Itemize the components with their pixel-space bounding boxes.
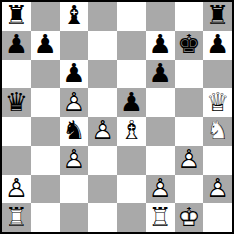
- piece-white-pawn[interactable]: ♟♙: [175, 146, 204, 175]
- square-c1[interactable]: [60, 203, 89, 232]
- piece-outline-layer: ♖: [148, 204, 171, 230]
- square-e7[interactable]: [117, 31, 146, 60]
- square-g8[interactable]: [175, 2, 204, 31]
- piece-glyph: ♚: [177, 31, 200, 57]
- square-e1[interactable]: [117, 203, 146, 232]
- square-e4[interactable]: ♝♗: [117, 117, 146, 146]
- square-f7[interactable]: ♟: [146, 31, 175, 60]
- square-d7[interactable]: [88, 31, 117, 60]
- piece-white-pawn[interactable]: ♟♙: [60, 88, 89, 117]
- piece-black-rook[interactable]: ♜: [2, 2, 31, 31]
- square-b3[interactable]: [31, 146, 60, 175]
- piece-white-queen[interactable]: ♛♕: [203, 88, 232, 117]
- square-f2[interactable]: ♟♙: [146, 175, 175, 204]
- piece-outline-layer: ♙: [206, 175, 229, 201]
- piece-black-pawn[interactable]: ♟: [31, 31, 60, 60]
- piece-outline-layer: ♖: [5, 204, 28, 230]
- piece-glyph: ♝: [62, 2, 85, 28]
- square-f8[interactable]: [146, 2, 175, 31]
- square-c4[interactable]: ♞: [60, 117, 89, 146]
- square-c6[interactable]: ♟: [60, 60, 89, 89]
- square-h1[interactable]: [203, 203, 232, 232]
- square-d3[interactable]: [88, 146, 117, 175]
- square-h8[interactable]: ♜: [203, 2, 232, 31]
- chess-board: ♜♝♜♟♟♟♚♟♟♟♛♟♙♟♛♕♞♟♙♝♗♞♘♟♙♟♙♟♙♟♙♟♙♜♖♜♖♚♔: [2, 2, 232, 232]
- piece-white-pawn[interactable]: ♟♙: [203, 175, 232, 204]
- square-c7[interactable]: [60, 31, 89, 60]
- piece-outline-layer: ♗: [120, 117, 143, 143]
- piece-black-pawn[interactable]: ♟: [146, 60, 175, 89]
- piece-white-pawn[interactable]: ♟♙: [146, 175, 175, 204]
- square-f6[interactable]: ♟: [146, 60, 175, 89]
- square-e6[interactable]: [117, 60, 146, 89]
- piece-outline-layer: ♙: [5, 175, 28, 201]
- square-a8[interactable]: ♜: [2, 2, 31, 31]
- square-g6[interactable]: [175, 60, 204, 89]
- piece-outline-layer: ♙: [62, 89, 85, 115]
- square-d8[interactable]: [88, 2, 117, 31]
- square-f1[interactable]: ♜♖: [146, 203, 175, 232]
- square-h2[interactable]: ♟♙: [203, 175, 232, 204]
- square-h4[interactable]: ♞♘: [203, 117, 232, 146]
- piece-glyph: ♛: [5, 89, 28, 115]
- piece-outline-layer: ♔: [177, 204, 200, 230]
- square-d5[interactable]: [88, 88, 117, 117]
- piece-outline-layer: ♙: [148, 175, 171, 201]
- square-c2[interactable]: [60, 175, 89, 204]
- square-a7[interactable]: ♟: [2, 31, 31, 60]
- piece-outline-layer: ♙: [91, 117, 114, 143]
- square-a1[interactable]: ♜♖: [2, 203, 31, 232]
- square-e5[interactable]: ♟: [117, 88, 146, 117]
- square-g3[interactable]: ♟♙: [175, 146, 204, 175]
- piece-outline-layer: ♙: [177, 146, 200, 172]
- square-c3[interactable]: ♟♙: [60, 146, 89, 175]
- piece-glyph: ♟: [5, 31, 28, 57]
- piece-white-pawn[interactable]: ♟♙: [60, 146, 89, 175]
- square-a3[interactable]: [2, 146, 31, 175]
- piece-glyph: ♟: [206, 31, 229, 57]
- square-a5[interactable]: ♛: [2, 88, 31, 117]
- square-g2[interactable]: [175, 175, 204, 204]
- square-h5[interactable]: ♛♕: [203, 88, 232, 117]
- square-g1[interactable]: ♚♔: [175, 203, 204, 232]
- square-h3[interactable]: [203, 146, 232, 175]
- square-d6[interactable]: [88, 60, 117, 89]
- piece-glyph: ♟: [148, 31, 171, 57]
- piece-black-pawn[interactable]: ♟: [60, 60, 89, 89]
- piece-glyph: ♞: [62, 117, 85, 143]
- piece-glyph: ♜: [5, 2, 28, 28]
- square-d1[interactable]: [88, 203, 117, 232]
- piece-outline-layer: ♕: [206, 89, 229, 115]
- piece-black-pawn[interactable]: ♟: [2, 31, 31, 60]
- piece-glyph: ♜: [206, 2, 229, 28]
- square-g7[interactable]: ♚: [175, 31, 204, 60]
- piece-black-pawn[interactable]: ♟: [203, 31, 232, 60]
- piece-white-pawn[interactable]: ♟♙: [88, 117, 117, 146]
- piece-black-knight[interactable]: ♞: [60, 117, 89, 146]
- square-a6[interactable]: [2, 60, 31, 89]
- square-g4[interactable]: [175, 117, 204, 146]
- square-b2[interactable]: [31, 175, 60, 204]
- piece-white-king[interactable]: ♚♔: [175, 203, 204, 232]
- square-f4[interactable]: [146, 117, 175, 146]
- square-e8[interactable]: [117, 2, 146, 31]
- square-b6[interactable]: [31, 60, 60, 89]
- piece-white-knight[interactable]: ♞♘: [203, 117, 232, 146]
- square-b4[interactable]: [31, 117, 60, 146]
- square-f3[interactable]: [146, 146, 175, 175]
- square-c5[interactable]: ♟♙: [60, 88, 89, 117]
- piece-white-pawn[interactable]: ♟♙: [2, 175, 31, 204]
- piece-black-rook[interactable]: ♜: [203, 2, 232, 31]
- square-c8[interactable]: ♝: [60, 2, 89, 31]
- piece-glyph: ♟: [62, 60, 85, 86]
- piece-black-bishop[interactable]: ♝: [60, 2, 89, 31]
- square-b8[interactable]: [31, 2, 60, 31]
- square-b7[interactable]: ♟: [31, 31, 60, 60]
- square-b1[interactable]: [31, 203, 60, 232]
- square-d2[interactable]: [88, 175, 117, 204]
- square-e3[interactable]: [117, 146, 146, 175]
- piece-white-rook[interactable]: ♜♖: [2, 203, 31, 232]
- square-d4[interactable]: ♟♙: [88, 117, 117, 146]
- square-b5[interactable]: [31, 88, 60, 117]
- piece-black-pawn[interactable]: ♟: [146, 31, 175, 60]
- chess-board-frame: ♜♝♜♟♟♟♚♟♟♟♛♟♙♟♛♕♞♟♙♝♗♞♘♟♙♟♙♟♙♟♙♟♙♜♖♜♖♚♔: [0, 0, 234, 234]
- piece-black-king[interactable]: ♚: [175, 31, 204, 60]
- piece-outline-layer: ♘: [206, 117, 229, 143]
- piece-white-bishop[interactable]: ♝♗: [117, 117, 146, 146]
- square-h6[interactable]: [203, 60, 232, 89]
- piece-glyph: ♟: [148, 60, 171, 86]
- square-g5[interactable]: [175, 88, 204, 117]
- square-a2[interactable]: ♟♙: [2, 175, 31, 204]
- piece-white-rook[interactable]: ♜♖: [146, 203, 175, 232]
- square-a4[interactable]: [2, 117, 31, 146]
- piece-glyph: ♟: [120, 89, 143, 115]
- piece-glyph: ♟: [33, 31, 56, 57]
- piece-black-queen[interactable]: ♛: [2, 88, 31, 117]
- square-e2[interactable]: [117, 175, 146, 204]
- square-f5[interactable]: [146, 88, 175, 117]
- piece-black-pawn[interactable]: ♟: [117, 88, 146, 117]
- piece-outline-layer: ♙: [62, 146, 85, 172]
- square-h7[interactable]: ♟: [203, 31, 232, 60]
